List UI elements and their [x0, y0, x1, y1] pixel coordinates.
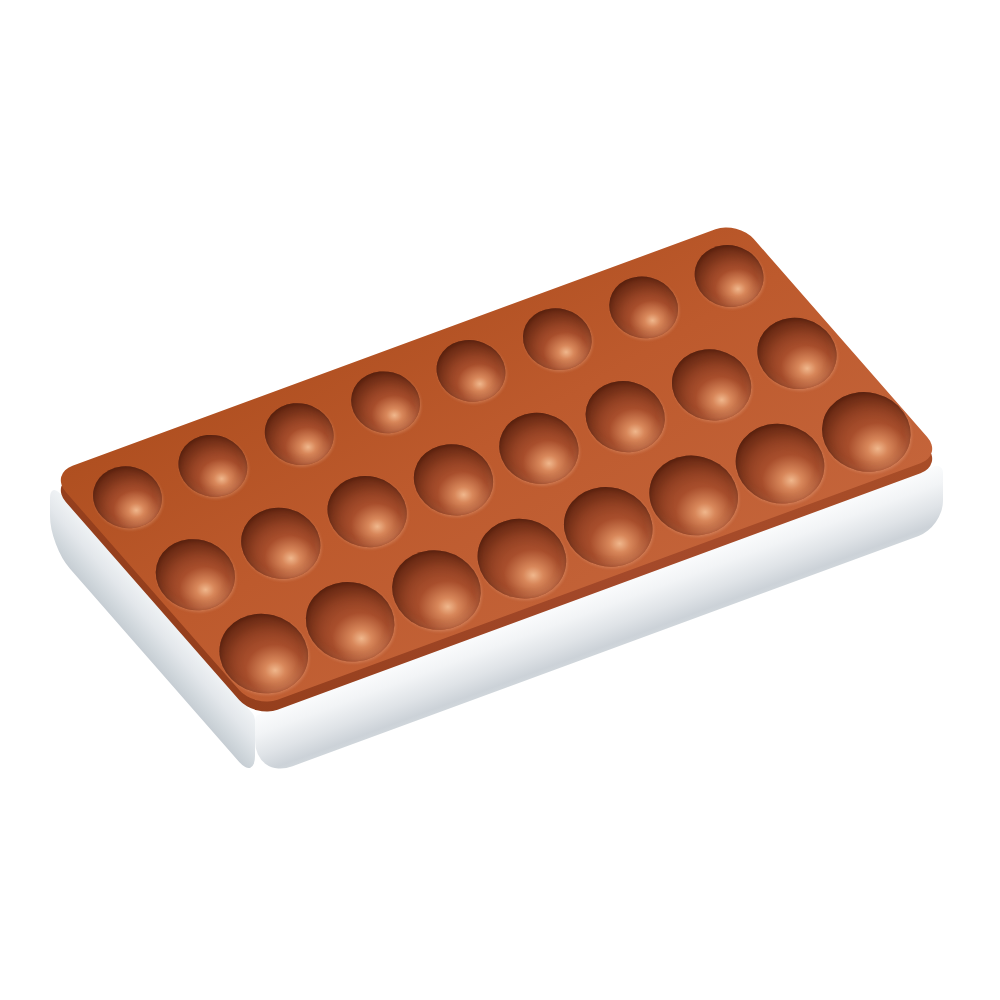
- product-scene: [0, 0, 1000, 1000]
